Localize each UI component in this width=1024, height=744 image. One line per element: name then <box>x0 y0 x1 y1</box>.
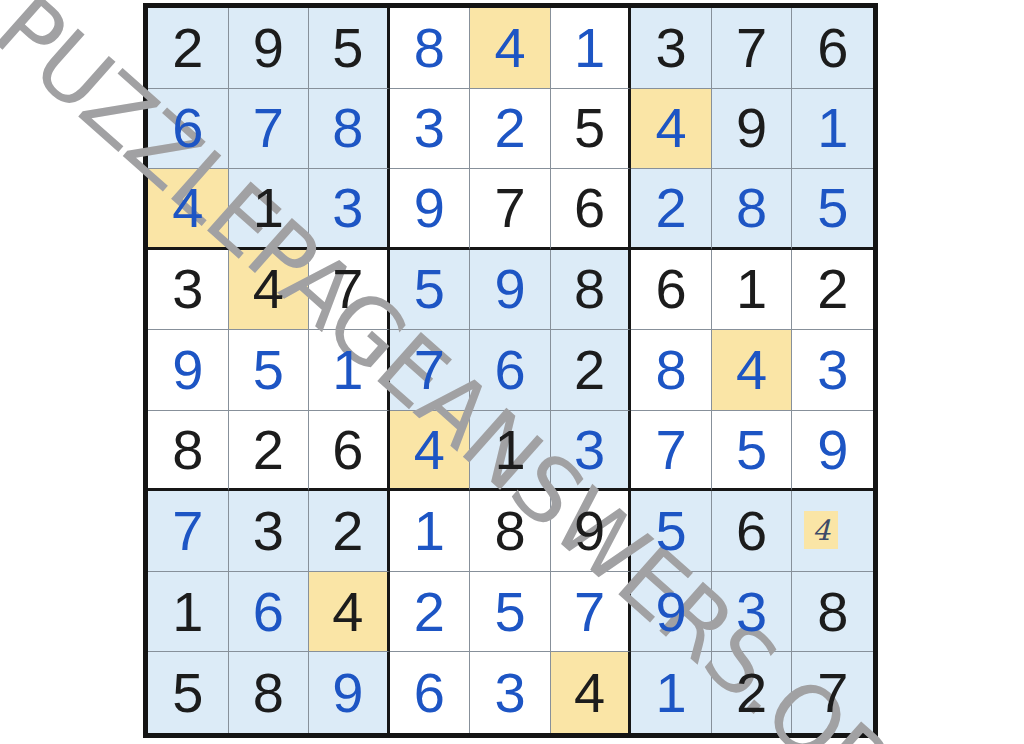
cell-r8c2: 6 <box>229 572 310 653</box>
given-digit: 8 <box>574 261 605 317</box>
cell-r7c5: 8 <box>470 491 551 572</box>
solved-digit: 4 <box>414 422 445 478</box>
cell-r8c4: 2 <box>390 572 471 653</box>
cell-r3c6: 6 <box>551 169 632 250</box>
cell-r7c7: 5 <box>631 491 712 572</box>
solved-digit: 6 <box>172 100 203 156</box>
cell-r9c7: 1 <box>631 652 712 733</box>
given-digit: 6 <box>574 180 605 236</box>
given-digit: 5 <box>574 100 605 156</box>
solved-digit: 9 <box>172 342 203 398</box>
solved-digit: 5 <box>817 180 848 236</box>
solved-digit: 6 <box>414 665 445 721</box>
cell-r8c7: 9 <box>631 572 712 653</box>
given-digit: 3 <box>656 20 687 76</box>
cell-r2c9: 1 <box>792 89 873 170</box>
cell-r1c2: 9 <box>229 8 310 89</box>
solved-digit: 5 <box>414 261 445 317</box>
given-digit: 4 <box>332 584 363 640</box>
given-digit: 8 <box>494 503 525 559</box>
given-digit: 1 <box>736 261 767 317</box>
given-digit: 2 <box>253 422 284 478</box>
cell-r4c9: 2 <box>792 250 873 331</box>
cell-r6c3: 6 <box>309 411 390 492</box>
cell-r2c5: 2 <box>470 89 551 170</box>
solved-digit: 1 <box>574 20 605 76</box>
given-digit: 6 <box>656 261 687 317</box>
cell-r4c6: 8 <box>551 250 632 331</box>
cell-r2c7: 4 <box>631 89 712 170</box>
cell-r5c9: 3 <box>792 330 873 411</box>
cell-r3c3: 3 <box>309 169 390 250</box>
given-digit: 7 <box>817 665 848 721</box>
given-digit: 2 <box>574 342 605 398</box>
given-digit: 7 <box>332 261 363 317</box>
cell-r5c3: 1 <box>309 330 390 411</box>
solved-digit: 4 <box>494 20 525 76</box>
solved-digit: 5 <box>494 584 525 640</box>
cell-r9c8: 2 <box>712 652 793 733</box>
cell-r2c4: 3 <box>390 89 471 170</box>
cell-r6c1: 8 <box>148 411 229 492</box>
given-digit: 1 <box>494 422 525 478</box>
cell-r6c4: 4 <box>390 411 471 492</box>
solved-digit: 3 <box>414 100 445 156</box>
solved-digit: 8 <box>414 20 445 76</box>
given-digit: 4 <box>253 261 284 317</box>
solved-digit: 9 <box>817 422 848 478</box>
cell-r9c4: 6 <box>390 652 471 733</box>
given-digit: 2 <box>817 261 848 317</box>
cell-r1c9: 6 <box>792 8 873 89</box>
cell-r5c4: 7 <box>390 330 471 411</box>
cell-r2c2: 7 <box>229 89 310 170</box>
cell-r9c1: 5 <box>148 652 229 733</box>
cell-r6c6: 3 <box>551 411 632 492</box>
given-digit: 9 <box>253 20 284 76</box>
cell-r9c6: 4 <box>551 652 632 733</box>
cell-r7c3: 2 <box>309 491 390 572</box>
solved-digit: 5 <box>253 342 284 398</box>
cell-r2c8: 9 <box>712 89 793 170</box>
solved-digit: 3 <box>494 665 525 721</box>
cell-r8c8: 3 <box>712 572 793 653</box>
given-digit: 9 <box>574 503 605 559</box>
solved-digit: 7 <box>574 584 605 640</box>
cell-r4c1: 3 <box>148 250 229 331</box>
cell-r3c4: 9 <box>390 169 471 250</box>
cell-r9c9: 7 <box>792 652 873 733</box>
cell-r4c8: 1 <box>712 250 793 331</box>
solved-digit: 1 <box>414 503 445 559</box>
given-digit: 8 <box>172 422 203 478</box>
cell-r2c1: 6 <box>148 89 229 170</box>
solved-digit: 5 <box>736 422 767 478</box>
solved-digit: 7 <box>656 422 687 478</box>
given-digit: 8 <box>253 665 284 721</box>
cell-r6c5: 1 <box>470 411 551 492</box>
screenshot-root: 2958413766783254914139762853475986129517… <box>0 0 1024 744</box>
solved-digit: 1 <box>656 665 687 721</box>
given-digit: 9 <box>736 100 767 156</box>
cell-r5c1: 9 <box>148 330 229 411</box>
solved-digit: 9 <box>494 261 525 317</box>
given-digit: 7 <box>494 180 525 236</box>
cell-r8c1: 1 <box>148 572 229 653</box>
solved-digit: 1 <box>817 100 848 156</box>
given-digit: 3 <box>172 261 203 317</box>
given-digit: 1 <box>253 180 284 236</box>
cell-r9c3: 9 <box>309 652 390 733</box>
cell-r3c1: 4 <box>148 169 229 250</box>
given-digit: 8 <box>817 584 848 640</box>
given-digit: 6 <box>817 20 848 76</box>
cell-r3c8: 8 <box>712 169 793 250</box>
cell-r4c5: 9 <box>470 250 551 331</box>
solved-digit: 4 <box>656 100 687 156</box>
cell-r3c2: 1 <box>229 169 310 250</box>
cell-r6c9: 9 <box>792 411 873 492</box>
cell-r4c4: 5 <box>390 250 471 331</box>
cell-r5c5: 6 <box>470 330 551 411</box>
cell-r1c4: 8 <box>390 8 471 89</box>
solved-digit: 7 <box>414 342 445 398</box>
cell-r3c5: 7 <box>470 169 551 250</box>
cell-r7c1: 7 <box>148 491 229 572</box>
solved-digit: 7 <box>172 503 203 559</box>
given-digit: 4 <box>574 665 605 721</box>
solved-digit: 8 <box>736 180 767 236</box>
solved-digit: 3 <box>574 422 605 478</box>
solved-digit: 2 <box>656 180 687 236</box>
cell-r6c8: 5 <box>712 411 793 492</box>
cell-r7c6: 9 <box>551 491 632 572</box>
given-digit: 5 <box>172 665 203 721</box>
solved-digit: 7 <box>253 100 284 156</box>
cell-r1c7: 3 <box>631 8 712 89</box>
given-digit: 6 <box>736 503 767 559</box>
cell-r9c5: 3 <box>470 652 551 733</box>
solved-digit: 9 <box>656 584 687 640</box>
cell-r5c6: 2 <box>551 330 632 411</box>
sudoku-board: 2958413766783254914139762853475986129517… <box>143 3 878 738</box>
cell-r5c8: 4 <box>712 330 793 411</box>
given-digit: 7 <box>736 20 767 76</box>
cell-r2c3: 8 <box>309 89 390 170</box>
solved-digit: 9 <box>414 180 445 236</box>
given-digit: 5 <box>332 20 363 76</box>
cell-r4c3: 7 <box>309 250 390 331</box>
cell-r7c4: 1 <box>390 491 471 572</box>
solved-digit: 6 <box>253 584 284 640</box>
cell-r7c2: 3 <box>229 491 310 572</box>
cell-r8c6: 7 <box>551 572 632 653</box>
given-digit: 2 <box>172 20 203 76</box>
cell-r6c7: 7 <box>631 411 712 492</box>
solved-digit: 4 <box>172 180 203 236</box>
cell-r4c2: 4 <box>229 250 310 331</box>
cell-r1c1: 2 <box>148 8 229 89</box>
cell-r1c3: 5 <box>309 8 390 89</box>
cell-r6c2: 2 <box>229 411 310 492</box>
cell-r1c8: 7 <box>712 8 793 89</box>
solved-digit: 8 <box>656 342 687 398</box>
cell-r1c6: 1 <box>551 8 632 89</box>
solved-digit: 2 <box>494 100 525 156</box>
given-digit: 2 <box>736 665 767 721</box>
cell-r1c5: 4 <box>470 8 551 89</box>
solved-digit: 9 <box>332 665 363 721</box>
given-digit: 2 <box>332 503 363 559</box>
cell-r3c9: 5 <box>792 169 873 250</box>
solved-digit: 1 <box>332 342 363 398</box>
cell-r3c7: 2 <box>631 169 712 250</box>
cell-r8c5: 5 <box>470 572 551 653</box>
pencil-mark: 4 <box>804 511 838 549</box>
given-digit: 3 <box>253 503 284 559</box>
solved-digit: 4 <box>736 342 767 398</box>
cell-r8c9: 8 <box>792 572 873 653</box>
solved-digit: 6 <box>494 342 525 398</box>
solved-digit: 3 <box>736 584 767 640</box>
solved-digit: 2 <box>414 584 445 640</box>
cell-r9c2: 8 <box>229 652 310 733</box>
given-digit: 6 <box>332 422 363 478</box>
given-digit: 1 <box>172 584 203 640</box>
solved-digit: 8 <box>332 100 363 156</box>
cell-r7c9: 4 <box>792 491 873 572</box>
cell-r5c7: 8 <box>631 330 712 411</box>
cell-r4c7: 6 <box>631 250 712 331</box>
cell-r2c6: 5 <box>551 89 632 170</box>
solved-digit: 3 <box>817 342 848 398</box>
cell-r8c3: 4 <box>309 572 390 653</box>
solved-digit: 5 <box>656 503 687 559</box>
cell-r5c2: 5 <box>229 330 310 411</box>
solved-digit: 3 <box>332 180 363 236</box>
cell-r7c8: 6 <box>712 491 793 572</box>
